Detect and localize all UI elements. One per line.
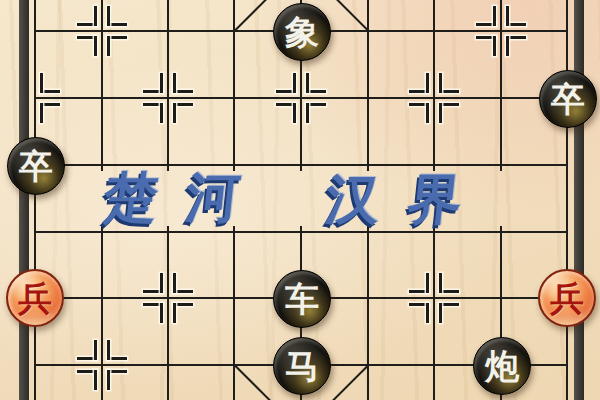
marker-g4 xyxy=(426,103,429,123)
file-line-c-top xyxy=(167,0,169,171)
marker-a4 xyxy=(40,90,60,93)
marker-h3 xyxy=(506,23,526,26)
marker-b3 xyxy=(107,36,110,56)
marker-h3 xyxy=(493,36,496,56)
piece-black-cannon-h8[interactable]: 炮 xyxy=(473,337,531,395)
file-line-a xyxy=(34,0,36,400)
marker-g7 xyxy=(426,273,429,293)
marker-e4 xyxy=(306,73,309,93)
marker-g7 xyxy=(439,290,459,293)
marker-b8 xyxy=(107,370,127,373)
marker-g4 xyxy=(439,73,442,93)
marker-g4 xyxy=(439,103,459,106)
marker-e4 xyxy=(306,103,326,106)
board-left-border xyxy=(19,0,29,400)
piece-red-soldier-a7[interactable]: 兵 xyxy=(6,269,64,327)
piece-glyph: 兵 xyxy=(550,281,584,315)
file-line-h-top xyxy=(500,0,502,171)
marker-b3 xyxy=(94,6,97,26)
marker-a4 xyxy=(40,103,43,123)
marker-g7 xyxy=(439,303,459,306)
marker-b8 xyxy=(107,357,127,360)
file-line-d-top xyxy=(233,0,235,171)
marker-h3 xyxy=(506,6,509,26)
marker-g7 xyxy=(439,303,442,323)
marker-c7 xyxy=(173,273,176,293)
file-line-f-bottom xyxy=(367,226,369,400)
marker-b8 xyxy=(94,370,97,390)
piece-glyph: 卒 xyxy=(19,149,53,183)
file-line-g-top xyxy=(433,0,435,171)
marker-e4 xyxy=(293,103,296,123)
marker-h3 xyxy=(506,36,526,39)
piece-glyph: 兵 xyxy=(18,281,52,315)
marker-b8 xyxy=(94,340,97,360)
marker-g7 xyxy=(439,273,442,293)
piece-black-chariot-e7[interactable]: 车 xyxy=(273,270,331,328)
marker-c4 xyxy=(173,73,176,93)
marker-c7 xyxy=(173,303,176,323)
river-label-han-jie: 汉界 xyxy=(323,173,493,227)
piece-black-horse-e8[interactable]: 马 xyxy=(273,337,331,395)
file-line-d-bottom xyxy=(233,226,235,400)
marker-c4 xyxy=(173,103,176,123)
piece-glyph: 卒 xyxy=(551,82,585,116)
xiangqi-board[interactable]: 楚河 汉界 象卒卒兵车兵马炮 xyxy=(0,0,600,400)
marker-b3 xyxy=(94,36,97,56)
marker-c4 xyxy=(173,103,193,106)
file-line-b-bottom xyxy=(101,226,103,400)
marker-g4 xyxy=(439,90,459,93)
piece-glyph: 炮 xyxy=(485,349,519,383)
marker-b3 xyxy=(107,6,110,26)
marker-a4 xyxy=(40,73,43,93)
file-line-b-top xyxy=(101,0,103,171)
piece-black-soldier-i4[interactable]: 卒 xyxy=(539,70,597,128)
river-label-chu-he: 楚河 xyxy=(101,171,271,225)
marker-c7 xyxy=(173,303,193,306)
piece-black-elephant-e3[interactable]: 象 xyxy=(273,3,331,61)
marker-e4 xyxy=(306,90,326,93)
piece-black-soldier-a5[interactable]: 卒 xyxy=(7,137,65,195)
marker-h3 xyxy=(506,36,509,56)
marker-b8 xyxy=(107,370,110,390)
marker-c7 xyxy=(173,290,193,293)
marker-g4 xyxy=(426,73,429,93)
marker-g4 xyxy=(439,103,442,123)
marker-h3 xyxy=(493,6,496,26)
marker-a4 xyxy=(40,103,60,106)
marker-b3 xyxy=(107,36,127,39)
marker-e4 xyxy=(293,73,296,93)
marker-b3 xyxy=(107,23,127,26)
file-line-f-top xyxy=(367,0,369,171)
piece-red-soldier-i7[interactable]: 兵 xyxy=(538,269,596,327)
piece-glyph: 象 xyxy=(285,15,319,49)
piece-glyph: 车 xyxy=(285,282,319,316)
file-line-c-bottom xyxy=(167,226,169,400)
marker-c4 xyxy=(160,73,163,93)
file-line-g-bottom xyxy=(433,226,435,400)
marker-c4 xyxy=(160,103,163,123)
board-right-border xyxy=(574,0,584,400)
marker-c7 xyxy=(160,273,163,293)
marker-e4 xyxy=(306,103,309,123)
marker-c4 xyxy=(173,90,193,93)
marker-b8 xyxy=(107,340,110,360)
marker-g7 xyxy=(426,303,429,323)
marker-c7 xyxy=(160,303,163,323)
file-line-i xyxy=(566,0,568,400)
piece-glyph: 马 xyxy=(285,349,319,383)
